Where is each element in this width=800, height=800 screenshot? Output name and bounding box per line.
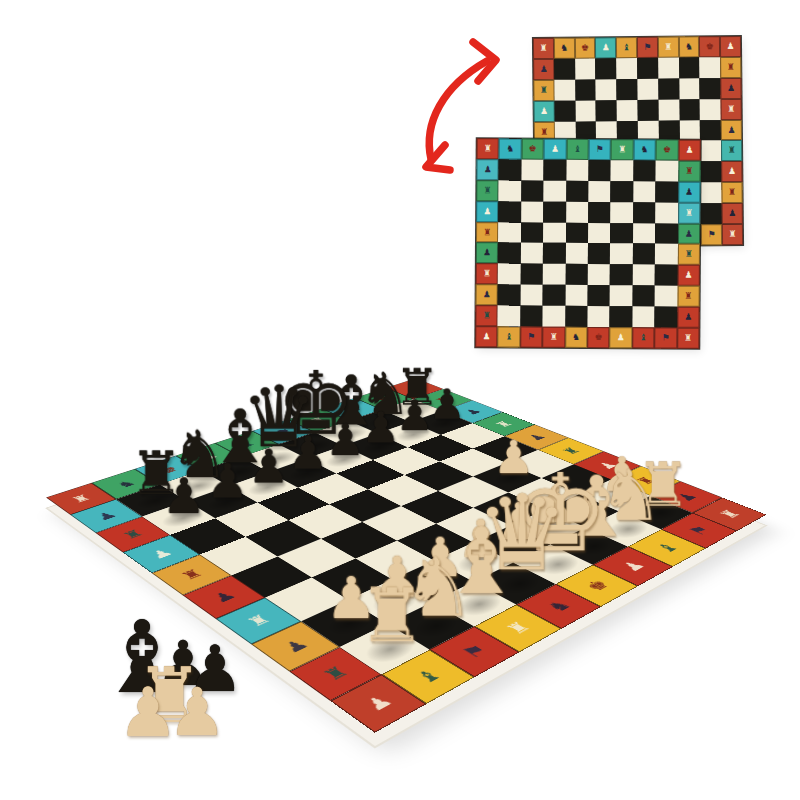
border-motif-icon: ♟ (209, 588, 239, 604)
border-tile: ♟ (721, 78, 742, 99)
border-motif-icon: ♟ (524, 432, 548, 441)
board-square (637, 58, 658, 79)
border-motif-icon: ♟ (727, 84, 735, 93)
border-tile: ♚ (699, 36, 720, 57)
board-square (610, 223, 633, 244)
border-motif-icon: ♜ (618, 145, 626, 154)
chess-piece-wp: ♟ (446, 434, 580, 480)
border-motif-icon: ♟ (483, 291, 491, 300)
border-motif-icon: ♟ (540, 107, 548, 116)
border-tile: ♟ (678, 181, 701, 202)
chess-piece-bp: ♟ (200, 443, 336, 490)
board-square (596, 58, 617, 79)
border-motif-icon: ♟ (685, 187, 693, 196)
border-motif-icon: ♞ (341, 405, 363, 413)
border-motif-icon: ♟ (727, 126, 735, 135)
border-motif-icon: ♜ (633, 475, 659, 486)
border-motif-icon: ♜ (728, 230, 736, 239)
border-tile: ♞ (554, 38, 575, 59)
board-square (655, 223, 678, 244)
board-square (588, 264, 611, 285)
border-motif-icon: ♟ (361, 692, 397, 714)
board-square (659, 120, 680, 141)
chess-piece-bb: ♝ (289, 367, 412, 436)
board-square (520, 306, 543, 327)
board-square (596, 100, 617, 121)
border-motif-icon: ♚ (581, 577, 612, 593)
board-square (543, 285, 566, 306)
border-motif-icon: ♜ (483, 311, 491, 320)
border-motif-icon: ♟ (685, 146, 693, 155)
border-tile: ♚ (135, 456, 202, 485)
board-square: ♟ (269, 459, 337, 488)
board-square (633, 181, 656, 202)
border-motif-icon: ⚑ (685, 524, 714, 537)
board-square (638, 120, 659, 141)
flip-arrow-icon (405, 28, 515, 178)
board-square (633, 202, 656, 223)
border-tile: ♜ (678, 161, 701, 182)
chess-piece-bp: ♟ (317, 405, 443, 448)
border-motif-icon: ♝ (573, 145, 581, 154)
border-motif-icon: ⚑ (458, 642, 492, 661)
board-square (543, 201, 566, 222)
border-tile: ♟ (595, 37, 616, 58)
border-motif-icon: ♜ (716, 508, 744, 521)
board-square: ♞ (160, 470, 229, 500)
main-chess-board-3d: ♜♞♚♟♝⚑♜♞♚♟♟♜♞♝♛♚♝♞♜♜♜♟♟♟♟♟♟♟♟♟♟♜♜♟♟♟♜♜♟♟… (36, 330, 766, 682)
chess-piece-bn: ♞ (131, 422, 267, 488)
board-square (610, 285, 633, 306)
board-square (679, 99, 700, 120)
border-tile: ♜ (658, 37, 679, 58)
loose-piece-wp: ♟ (167, 683, 226, 744)
chess-piece-br: ♜ (358, 362, 476, 412)
border-tile: ♜ (475, 305, 498, 326)
board-square (655, 265, 678, 286)
board-square (544, 160, 567, 181)
board-square (658, 57, 679, 78)
board-square (565, 264, 588, 285)
border-motif-icon: ♟ (684, 271, 692, 280)
border-tile: ♟ (574, 451, 642, 479)
board-square (554, 100, 575, 121)
board-square (521, 264, 544, 285)
border-tile: ⚑ (589, 139, 612, 160)
border-motif-icon: ♜ (540, 86, 548, 95)
border-tile: ♟ (386, 378, 444, 399)
board-square (632, 286, 655, 307)
border-motif-icon: ⚑ (708, 230, 716, 239)
border-tile: ♜ (722, 182, 743, 203)
board-square: ♟ (473, 463, 542, 493)
border-motif-icon: ♜ (664, 43, 672, 52)
border-tile: ⚑ (701, 224, 722, 245)
border-motif-icon: ♟ (551, 145, 559, 154)
chess-piece-bn: ♞ (324, 365, 444, 423)
border-motif-icon: ♟ (684, 313, 692, 322)
board-square (438, 477, 508, 508)
chess-piece-wp: ♟ (552, 450, 690, 497)
board-square (616, 58, 637, 79)
border-motif-icon: ⚑ (272, 427, 295, 436)
border-tile: ♟ (533, 59, 554, 80)
border-tile: ♟ (677, 265, 700, 286)
board-square (700, 57, 721, 78)
border-motif-icon: ♜ (727, 63, 735, 72)
border-tile: ♜ (678, 202, 701, 223)
border-motif-icon: ♝ (235, 439, 259, 449)
board-square (588, 202, 611, 223)
border-tile: ♜ (677, 286, 700, 307)
border-tile: ♟ (720, 36, 741, 57)
chess-piece-bk: ♚ (253, 360, 379, 447)
border-motif-icon: ♜ (727, 105, 735, 114)
border-motif-icon: ♜ (492, 419, 515, 428)
border-tile: ♜ (476, 222, 499, 243)
chess-piece-bp: ♟ (280, 417, 409, 461)
border-motif-icon: ♟ (404, 385, 425, 393)
border-motif-icon: ♜ (684, 292, 692, 301)
border-tile: ♜ (476, 180, 499, 201)
border-motif-icon: ♟ (618, 558, 648, 573)
board-square (633, 160, 656, 181)
border-motif-icon: ♜ (119, 527, 146, 540)
board-square (337, 460, 405, 489)
border-motif-icon: ♜ (685, 208, 693, 217)
board-square (565, 306, 588, 327)
board-square (498, 243, 521, 264)
border-motif-icon: ♟ (728, 209, 736, 218)
border-tile: ♜ (611, 139, 634, 160)
board-square (679, 120, 700, 141)
board-square (655, 307, 678, 328)
border-tile: ⚑ (637, 37, 658, 58)
border-motif-icon: ♟ (483, 207, 491, 216)
board-square (655, 244, 678, 265)
board-square (368, 475, 438, 506)
chess-piece-bp: ♟ (157, 457, 297, 505)
border-motif-icon: ♜ (318, 663, 352, 683)
board-square: ♟ (343, 434, 408, 460)
board-square (520, 285, 543, 306)
border-motif-icon: ♜ (728, 188, 736, 197)
board-square (588, 243, 611, 264)
border-motif-icon: ♜ (685, 250, 693, 259)
border-tile: ♟ (678, 223, 701, 244)
border-motif-icon: ♝ (411, 666, 446, 686)
board-square: ♚ (279, 432, 343, 458)
board-square (566, 181, 589, 202)
board-square (611, 160, 634, 181)
border-tile: ♜ (721, 99, 742, 120)
board-square (701, 203, 722, 224)
board-square (588, 160, 611, 181)
board-square (543, 306, 566, 327)
border-tile: ♟ (544, 139, 567, 160)
chess-piece-wr: ♜ (591, 454, 733, 515)
board-square (542, 464, 611, 494)
board-square (633, 244, 656, 265)
border-tile: ♟ (442, 400, 503, 423)
border-motif-icon: ♚ (373, 394, 395, 402)
board-square (575, 79, 596, 100)
board-square (658, 99, 679, 120)
board-square (656, 160, 679, 181)
border-motif-icon: ♞ (560, 44, 568, 53)
border-motif-icon: ♜ (177, 567, 206, 582)
border-tile: ⚑ (252, 419, 315, 444)
board-square (610, 265, 633, 286)
border-tile: ♟ (678, 140, 701, 161)
border-motif-icon: ♟ (595, 460, 620, 471)
board-square (679, 57, 700, 78)
board-square (588, 181, 611, 202)
board-square (521, 201, 544, 222)
border-tile: ♝ (566, 139, 589, 160)
board-square (543, 222, 566, 243)
board-square (655, 181, 678, 202)
board-square (521, 180, 544, 201)
board-square (441, 423, 505, 448)
board-square (588, 223, 611, 244)
border-motif-icon: ♜ (68, 493, 94, 505)
border-motif-icon: ♚ (156, 464, 181, 475)
board-square (508, 478, 579, 509)
board-square (566, 160, 589, 181)
board-square: ♜ (382, 399, 442, 422)
border-motif-icon: ♚ (581, 43, 589, 52)
chess-piece-bp: ♟ (386, 383, 507, 424)
board-square (611, 181, 634, 202)
border-motif-icon: ♜ (559, 446, 584, 456)
border-motif-icon: ♚ (663, 145, 671, 154)
board-square (610, 244, 633, 265)
chess-piece-bb: ♝ (173, 400, 305, 474)
border-tile: ♚ (656, 139, 679, 160)
board-square (633, 265, 656, 286)
border-tile: ♜ (476, 264, 499, 285)
border-tile: ♟ (476, 243, 499, 264)
border-tile: ♜ (288, 408, 349, 432)
border-tile: ♟ (677, 307, 700, 328)
border-motif-icon: ♜ (540, 127, 548, 136)
border-tile: ♜ (677, 244, 700, 265)
board-square (473, 436, 538, 463)
border-tile: ♞ (633, 139, 656, 160)
border-motif-icon: ♜ (432, 396, 454, 404)
border-tile: ♜ (611, 466, 681, 496)
board-square: ♞ (349, 410, 411, 434)
board-square: ♟ (307, 446, 373, 474)
border-motif-icon: ♚ (706, 42, 714, 51)
border-tile: ♞ (91, 469, 160, 499)
board-square (498, 285, 521, 306)
loose-piece-wp: ♟ (118, 682, 179, 745)
board-square (499, 180, 522, 201)
board-square (440, 449, 507, 477)
board-square (638, 99, 659, 120)
board-square (498, 222, 521, 243)
border-motif-icon: ♟ (673, 491, 700, 503)
border-motif-icon: ♝ (652, 541, 681, 555)
board-square: ♛ (241, 444, 307, 472)
border-tile: ♚ (521, 139, 544, 160)
border-tile: ♝ (616, 37, 637, 58)
board-square (633, 223, 656, 244)
border-tile: ♟ (176, 443, 241, 470)
border-tile: ♟ (504, 424, 568, 449)
border-tile: ♚ (575, 37, 596, 58)
board-square (611, 202, 634, 223)
board-square: ♟ (229, 472, 298, 503)
board-square (298, 473, 368, 504)
border-motif-icon: ♟ (728, 167, 736, 176)
board-square (566, 202, 589, 223)
border-motif-icon: ♜ (728, 146, 736, 155)
border-tile: ♟ (722, 203, 743, 224)
border-tile: ♚ (355, 388, 414, 410)
board-square (610, 306, 633, 327)
border-motif-icon: ♞ (543, 597, 575, 614)
chess-piece-br: ♜ (86, 443, 225, 503)
board-square (588, 285, 611, 306)
border-tile: ♟ (721, 161, 742, 182)
board-square (565, 243, 588, 264)
board-square (543, 264, 566, 285)
border-tile: ♜ (538, 438, 604, 465)
board-square: ♝ (315, 421, 378, 446)
border-tile: ♜ (720, 57, 741, 78)
border-motif-icon: ♟ (147, 546, 175, 560)
board-square (521, 159, 544, 180)
board-square (617, 100, 638, 121)
border-tile: ♟ (476, 285, 499, 306)
border-motif-icon: ⚑ (643, 43, 651, 52)
chess-piece-bp: ♟ (352, 394, 475, 436)
board-square (373, 447, 439, 475)
board-square (405, 461, 473, 490)
border-motif-icon: ♜ (483, 270, 491, 279)
board-square (575, 58, 596, 79)
board-square (506, 450, 573, 478)
board-square (521, 243, 544, 264)
board-square (617, 79, 638, 100)
border-tile: ♜ (473, 412, 535, 436)
border-tile: ♟ (721, 120, 742, 141)
border-tile: ♝ (215, 431, 279, 457)
board-square (498, 264, 521, 285)
border-motif-icon: ♟ (279, 636, 312, 655)
board-square (554, 59, 575, 80)
board-square (575, 100, 596, 121)
border-motif-icon: ♟ (685, 229, 693, 238)
board-square (596, 79, 617, 100)
border-motif-icon: ♜ (483, 186, 491, 195)
border-motif-icon: ⚑ (596, 145, 604, 154)
border-tile: ♞ (678, 36, 699, 57)
border-motif-icon: ♟ (483, 249, 491, 258)
board-square (587, 306, 610, 327)
border-tile: ♜ (721, 140, 742, 161)
board-square (658, 78, 679, 99)
border-tile: ♟ (651, 481, 723, 513)
board-square (543, 180, 566, 201)
border-motif-icon: ♟ (93, 509, 119, 522)
board-square (566, 222, 589, 243)
border-motif-icon: ♜ (539, 44, 547, 53)
board-square (521, 222, 544, 243)
border-motif-icon: ♟ (461, 407, 484, 416)
product-photo-scene: ♜♞♚♟♝⚑♜♞♚♟♟♜♜♟♟♜♜♟♟♜♜♟♟♜♜♟♟♝⚑♜♞♚♟♝⚑♜ ♜♞♚… (0, 0, 800, 800)
board-square (700, 99, 721, 120)
border-motif-icon: ♞ (641, 145, 649, 154)
board-square (679, 78, 700, 99)
border-motif-icon: ♟ (602, 43, 610, 52)
border-motif-icon: ♟ (727, 42, 735, 51)
border-motif-icon: ♜ (685, 167, 693, 176)
border-motif-icon: ♜ (483, 228, 491, 237)
board-square (700, 120, 721, 141)
board-square (700, 78, 721, 99)
border-motif-icon: ♟ (540, 65, 548, 74)
border-tile: ♜ (533, 80, 554, 101)
border-tile: ♜ (533, 38, 554, 59)
board-square (258, 488, 329, 520)
chess-piece-bq: ♛ (214, 375, 343, 460)
board-square: ♟ (411, 411, 473, 435)
border-tile: ♟ (476, 201, 499, 222)
border-motif-icon: ♜ (307, 416, 330, 425)
border-tile: ♜ (413, 389, 472, 411)
board-square (655, 202, 678, 223)
border-motif-icon: ♞ (113, 478, 138, 489)
board-square (408, 435, 473, 462)
board-square: ♝ (202, 457, 269, 486)
board-square (543, 243, 566, 264)
border-tile: ♜ (722, 224, 743, 245)
chess-piece-bp: ♟ (241, 430, 374, 475)
board-square (700, 141, 721, 162)
border-tile: ♞ (322, 398, 382, 421)
border-motif-icon: ♜ (243, 612, 275, 629)
board-square (701, 182, 722, 203)
main-chess-board-grid: ♜♞♚♟♝⚑♜♞♚♟♟♜♞♝♛♚♝♞♜♜♜♟♟♟♟♟♟♟♟♟♟♜♜♟♟♟♜♜♟♟… (46, 378, 766, 733)
board-square (565, 285, 588, 306)
border-motif-icon: ♞ (685, 42, 693, 51)
board-square (498, 306, 521, 327)
border-motif-icon: ♚ (529, 145, 537, 154)
board-square (637, 79, 658, 100)
board-square (701, 162, 722, 183)
border-tile: ♟ (534, 101, 555, 122)
board-square (655, 286, 678, 307)
board-square (632, 306, 655, 327)
border-motif-icon: ♟ (196, 451, 220, 461)
board-square: ♟ (378, 422, 441, 447)
border-motif-icon: ♝ (623, 43, 631, 52)
board-square (499, 201, 522, 222)
border-motif-icon: ♜ (502, 619, 535, 637)
board-square (554, 79, 575, 100)
